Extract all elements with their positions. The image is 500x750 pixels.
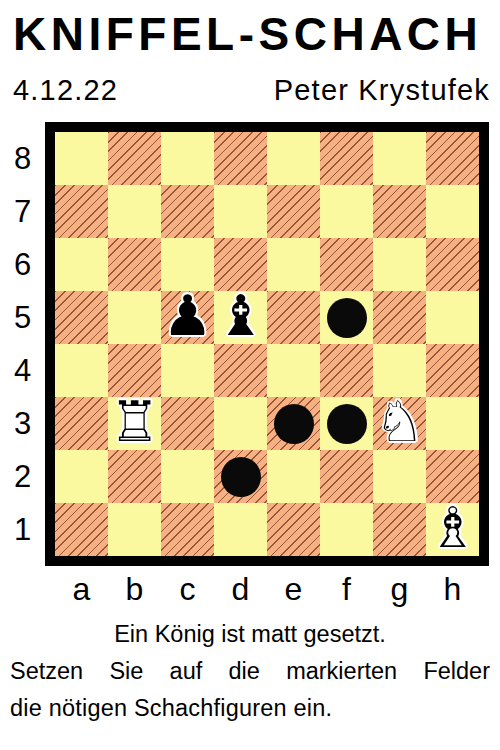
square-c1[interactable] (161, 503, 214, 556)
square-b5[interactable] (108, 291, 161, 344)
rank-label-4: 4 (0, 344, 45, 397)
square-b6[interactable] (108, 238, 161, 291)
square-c2[interactable] (161, 450, 214, 503)
puzzle-date: 4.12.22 (13, 74, 118, 106)
square-e6[interactable] (267, 238, 320, 291)
square-c5[interactable]: ♟ (161, 291, 214, 344)
marker-circle-e3 (274, 404, 314, 444)
square-f8[interactable] (320, 132, 373, 185)
rank-labels: 87654321 (0, 122, 45, 566)
rank-label-5: 5 (0, 291, 45, 344)
square-b7[interactable] (108, 185, 161, 238)
rank-label-8: 8 (0, 132, 45, 185)
square-h5[interactable] (426, 291, 479, 344)
file-label-b: b (108, 571, 161, 608)
square-h7[interactable] (426, 185, 479, 238)
square-g6[interactable] (373, 238, 426, 291)
black-pawn-glyph: ♟ (162, 287, 212, 343)
white-knight-outline: ♘ (374, 393, 424, 449)
square-h4[interactable] (426, 344, 479, 397)
white-bishop-h1[interactable]: ♝♗ (426, 503, 479, 556)
black-pawn-c5[interactable]: ♟ (161, 291, 214, 344)
square-f1[interactable] (320, 503, 373, 556)
square-a4[interactable] (55, 344, 108, 397)
square-f2[interactable] (320, 450, 373, 503)
square-f6[interactable] (320, 238, 373, 291)
square-b8[interactable] (108, 132, 161, 185)
black-bishop-d5[interactable]: ♝ (214, 291, 267, 344)
square-a2[interactable] (55, 450, 108, 503)
black-bishop-glyph: ♝ (215, 287, 265, 343)
board-section: 87654321 ♟♝♜♖♞♘♝♗ (0, 122, 500, 566)
file-label-e: e (267, 571, 320, 608)
marker-circle-f5 (327, 298, 367, 338)
square-a7[interactable] (55, 185, 108, 238)
square-a5[interactable] (55, 291, 108, 344)
square-a6[interactable] (55, 238, 108, 291)
page-title: KNIFFEL-SCHACH (13, 8, 492, 60)
square-g8[interactable] (373, 132, 426, 185)
caption: Ein König ist matt gesetzt. Setzen Sie a… (10, 616, 490, 727)
square-e2[interactable] (267, 450, 320, 503)
square-e5[interactable] (267, 291, 320, 344)
square-d7[interactable] (214, 185, 267, 238)
caption-line-1: Ein König ist matt gesetzt. (10, 616, 490, 653)
rank-label-1: 1 (0, 503, 45, 556)
square-d4[interactable] (214, 344, 267, 397)
square-a3[interactable] (55, 397, 108, 450)
board: ♟♝♜♖♞♘♝♗ (45, 122, 489, 566)
white-rook-b3[interactable]: ♜♖ (108, 397, 161, 450)
square-h3[interactable] (426, 397, 479, 450)
square-f5[interactable] (320, 291, 373, 344)
square-h8[interactable] (426, 132, 479, 185)
square-d3[interactable] (214, 397, 267, 450)
square-h1[interactable]: ♝♗ (426, 503, 479, 556)
square-d5[interactable]: ♝ (214, 291, 267, 344)
square-e3[interactable] (267, 397, 320, 450)
file-labels: abcdefgh (55, 566, 479, 613)
file-label-h: h (426, 571, 479, 608)
caption-line-3: die nötigen Schachfiguren ein. (10, 690, 490, 727)
square-g5[interactable] (373, 291, 426, 344)
square-g3[interactable]: ♞♘ (373, 397, 426, 450)
caption-line-2: Setzen Sie auf die markierten Felder (10, 653, 490, 690)
rank-label-6: 6 (0, 238, 45, 291)
square-c8[interactable] (161, 132, 214, 185)
square-e8[interactable] (267, 132, 320, 185)
marker-circle-f3 (327, 404, 367, 444)
file-label-c: c (161, 571, 214, 608)
file-label-d: d (214, 571, 267, 608)
square-d1[interactable] (214, 503, 267, 556)
square-g1[interactable] (373, 503, 426, 556)
square-f7[interactable] (320, 185, 373, 238)
square-f4[interactable] (320, 344, 373, 397)
white-rook-outline: ♖ (109, 393, 159, 449)
white-knight-g3[interactable]: ♞♘ (373, 397, 426, 450)
square-b1[interactable] (108, 503, 161, 556)
square-a1[interactable] (55, 503, 108, 556)
square-e7[interactable] (267, 185, 320, 238)
white-bishop-outline: ♗ (427, 499, 477, 555)
puzzle-author: Peter Krystufek (274, 74, 490, 106)
square-c4[interactable] (161, 344, 214, 397)
square-e1[interactable] (267, 503, 320, 556)
square-a8[interactable] (55, 132, 108, 185)
square-c7[interactable] (161, 185, 214, 238)
file-label-f: f (320, 571, 373, 608)
square-h6[interactable] (426, 238, 479, 291)
square-f3[interactable] (320, 397, 373, 450)
marker-circle-d2 (221, 457, 261, 497)
square-e4[interactable] (267, 344, 320, 397)
square-c3[interactable] (161, 397, 214, 450)
rank-label-7: 7 (0, 185, 45, 238)
square-d8[interactable] (214, 132, 267, 185)
file-label-a: a (55, 571, 108, 608)
square-b2[interactable] (108, 450, 161, 503)
square-d2[interactable] (214, 450, 267, 503)
square-g7[interactable] (373, 185, 426, 238)
square-b3[interactable]: ♜♖ (108, 397, 161, 450)
file-label-g: g (373, 571, 426, 608)
rank-label-3: 3 (0, 397, 45, 450)
square-g2[interactable] (373, 450, 426, 503)
rank-label-2: 2 (0, 450, 45, 503)
byline: 4.12.22 Peter Krystufek (13, 74, 490, 106)
